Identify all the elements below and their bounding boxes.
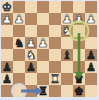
square-c5[interactable]: ♝ <box>61 49 73 61</box>
square-b8[interactable]: ♚ <box>73 85 85 97</box>
white-pawn-b2[interactable]: ♟ <box>73 13 85 25</box>
white-pawn-e4[interactable]: ♟ <box>37 37 49 49</box>
black-pawn-h7[interactable]: ♟ <box>1 73 13 85</box>
square-h3[interactable] <box>1 25 13 37</box>
square-a8[interactable] <box>85 85 97 97</box>
square-c7[interactable] <box>61 73 73 85</box>
square-a2[interactable]: ♟ <box>85 13 97 25</box>
square-f6[interactable]: ♟ <box>25 61 37 73</box>
square-e8[interactable]: ♜ <box>37 85 49 97</box>
square-c6[interactable] <box>61 61 73 73</box>
square-b2[interactable]: ♟ <box>73 13 85 25</box>
square-a6[interactable]: ♟ <box>85 61 97 73</box>
square-g5[interactable] <box>13 49 25 61</box>
square-g7[interactable] <box>13 73 25 85</box>
square-f8[interactable] <box>25 85 37 97</box>
square-g6[interactable] <box>13 61 25 73</box>
square-d4[interactable] <box>49 37 61 49</box>
white-pawn-a2[interactable]: ♟ <box>85 13 97 25</box>
black-rook-e8[interactable]: ♜ <box>37 85 49 97</box>
square-e2[interactable] <box>37 13 49 25</box>
square-a3[interactable] <box>85 25 97 37</box>
square-g4[interactable]: ♞ <box>13 37 25 49</box>
black-bishop-c5[interactable]: ♝ <box>61 49 73 61</box>
square-d1[interactable] <box>49 1 61 13</box>
white-pawn-g2[interactable]: ♟ <box>13 13 25 25</box>
white-knight-c3[interactable]: ♞ <box>61 25 73 37</box>
square-h7[interactable]: ♟ <box>1 73 13 85</box>
square-f2[interactable] <box>25 13 37 25</box>
square-b3[interactable] <box>73 25 85 37</box>
white-rook-d7[interactable]: ♜ <box>49 73 61 85</box>
square-b4[interactable] <box>73 37 85 49</box>
square-d3[interactable] <box>49 25 61 37</box>
chess-board[interactable]: ♚♟♟♟♟♟♞♞♟♟♞♝♟♟♟♟♟♜♛♜♚ <box>1 1 97 97</box>
square-e1[interactable] <box>37 1 49 13</box>
black-pawn-a6[interactable]: ♟ <box>85 61 97 73</box>
square-b5[interactable] <box>73 49 85 61</box>
square-e6[interactable] <box>37 61 49 73</box>
white-pawn-h2[interactable]: ♟ <box>1 13 13 25</box>
square-a7[interactable] <box>85 73 97 85</box>
black-knight-g4[interactable]: ♞ <box>13 37 25 49</box>
square-h2[interactable]: ♟ <box>1 13 13 25</box>
square-e4[interactable]: ♟ <box>37 37 49 49</box>
square-f7[interactable] <box>25 73 37 85</box>
square-d8[interactable] <box>49 85 61 97</box>
square-d7[interactable]: ♜ <box>49 73 61 85</box>
square-f1[interactable] <box>25 1 37 13</box>
square-h4[interactable] <box>1 37 13 49</box>
square-d2[interactable] <box>49 13 61 25</box>
square-g2[interactable]: ♟ <box>13 13 25 25</box>
chess-app-frame: ♚♟♟♟♟♟♞♞♟♟♞♝♟♟♟♟♟♜♛♜♚ <box>0 0 99 100</box>
square-d5[interactable] <box>49 49 61 61</box>
black-king-b8[interactable]: ♚ <box>73 85 85 97</box>
square-c3[interactable]: ♞ <box>61 25 73 37</box>
square-h8[interactable] <box>1 85 13 97</box>
square-e5[interactable] <box>37 49 49 61</box>
square-g8[interactable] <box>13 85 25 97</box>
black-pawn-f6[interactable]: ♟ <box>25 61 37 73</box>
square-c8[interactable] <box>61 85 73 97</box>
